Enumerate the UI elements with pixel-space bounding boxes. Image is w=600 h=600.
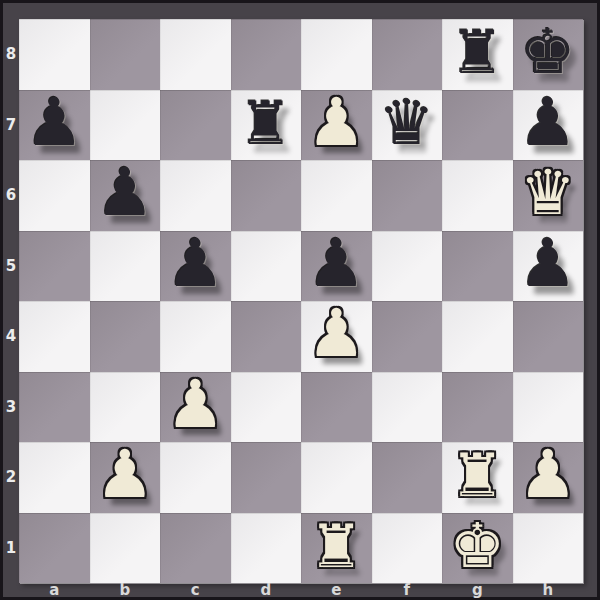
- square-e8[interactable]: [301, 19, 372, 90]
- file-label-c: c: [160, 583, 231, 597]
- white-pawn-e4[interactable]: ♟: [307, 301, 366, 367]
- rank-label-6: 6: [3, 160, 19, 231]
- chess-board: ♜♚♟♜♟♛♟♟♛♟♟♟♟♟♟♜♟♜♚: [19, 19, 583, 583]
- square-e2[interactable]: [301, 442, 372, 513]
- square-d4[interactable]: [231, 301, 302, 372]
- square-g2[interactable]: ♜: [442, 442, 513, 513]
- square-f4[interactable]: [372, 301, 443, 372]
- square-a8[interactable]: [19, 19, 90, 90]
- square-e7[interactable]: ♟: [301, 90, 372, 161]
- file-label-h: h: [513, 583, 584, 597]
- white-rook-g2[interactable]: ♜: [450, 445, 504, 505]
- square-e6[interactable]: [301, 160, 372, 231]
- chess-board-frame: 87654321 ♜♚♟♜♟♛♟♟♛♟♟♟♟♟♟♜♟♜♚ abcdefgh: [0, 0, 600, 600]
- white-queen-h6[interactable]: ♛: [520, 162, 576, 224]
- square-b5[interactable]: [90, 231, 161, 302]
- black-pawn-h5[interactable]: ♟: [518, 231, 577, 297]
- square-f6[interactable]: [372, 160, 443, 231]
- square-d8[interactable]: [231, 19, 302, 90]
- square-f8[interactable]: [372, 19, 443, 90]
- black-pawn-b6[interactable]: ♟: [95, 160, 154, 226]
- square-h4[interactable]: [513, 301, 584, 372]
- rank-label-7: 7: [3, 90, 19, 161]
- square-h5[interactable]: ♟: [513, 231, 584, 302]
- rank-label-2: 2: [3, 442, 19, 513]
- rank-label-8: 8: [3, 19, 19, 90]
- square-g6[interactable]: [442, 160, 513, 231]
- white-rook-e1[interactable]: ♜: [309, 516, 363, 576]
- file-label-a: a: [19, 583, 90, 597]
- file-label-b: b: [90, 583, 161, 597]
- square-b1[interactable]: [90, 513, 161, 584]
- square-c7[interactable]: [160, 90, 231, 161]
- white-pawn-b2[interactable]: ♟: [95, 442, 154, 508]
- square-a2[interactable]: [19, 442, 90, 513]
- square-g7[interactable]: [442, 90, 513, 161]
- white-pawn-h2[interactable]: ♟: [518, 442, 577, 508]
- square-g1[interactable]: ♚: [442, 513, 513, 584]
- square-b3[interactable]: [90, 372, 161, 443]
- white-king-g1[interactable]: ♚: [449, 515, 505, 577]
- square-c6[interactable]: [160, 160, 231, 231]
- black-pawn-e5[interactable]: ♟: [307, 231, 366, 297]
- square-c2[interactable]: [160, 442, 231, 513]
- square-h2[interactable]: ♟: [513, 442, 584, 513]
- rank-label-1: 1: [3, 513, 19, 584]
- square-h3[interactable]: [513, 372, 584, 443]
- rank-label-5: 5: [3, 231, 19, 302]
- black-pawn-h7[interactable]: ♟: [518, 90, 577, 156]
- square-f5[interactable]: [372, 231, 443, 302]
- square-b4[interactable]: [90, 301, 161, 372]
- square-e5[interactable]: ♟: [301, 231, 372, 302]
- square-c3[interactable]: ♟: [160, 372, 231, 443]
- black-rook-g8[interactable]: ♜: [450, 22, 504, 82]
- square-g5[interactable]: [442, 231, 513, 302]
- square-d1[interactable]: [231, 513, 302, 584]
- square-b8[interactable]: [90, 19, 161, 90]
- square-d6[interactable]: [231, 160, 302, 231]
- rank-labels: 87654321: [3, 19, 19, 583]
- square-g3[interactable]: [442, 372, 513, 443]
- square-d3[interactable]: [231, 372, 302, 443]
- square-c5[interactable]: ♟: [160, 231, 231, 302]
- file-label-e: e: [301, 583, 372, 597]
- square-c4[interactable]: [160, 301, 231, 372]
- square-f2[interactable]: [372, 442, 443, 513]
- square-d5[interactable]: [231, 231, 302, 302]
- square-d7[interactable]: ♜: [231, 90, 302, 161]
- square-a6[interactable]: [19, 160, 90, 231]
- square-e4[interactable]: ♟: [301, 301, 372, 372]
- rank-label-4: 4: [3, 301, 19, 372]
- black-rook-d7[interactable]: ♜: [239, 93, 293, 153]
- square-a7[interactable]: ♟: [19, 90, 90, 161]
- file-labels: abcdefgh: [19, 583, 583, 597]
- white-pawn-e7[interactable]: ♟: [307, 90, 366, 156]
- square-c1[interactable]: [160, 513, 231, 584]
- square-h8[interactable]: ♚: [513, 19, 584, 90]
- black-pawn-a7[interactable]: ♟: [25, 90, 84, 156]
- square-d2[interactable]: [231, 442, 302, 513]
- square-g8[interactable]: ♜: [442, 19, 513, 90]
- file-label-d: d: [231, 583, 302, 597]
- square-a3[interactable]: [19, 372, 90, 443]
- square-b7[interactable]: [90, 90, 161, 161]
- square-h6[interactable]: ♛: [513, 160, 584, 231]
- square-f7[interactable]: ♛: [372, 90, 443, 161]
- square-a4[interactable]: [19, 301, 90, 372]
- square-c8[interactable]: [160, 19, 231, 90]
- square-e3[interactable]: [301, 372, 372, 443]
- black-pawn-c5[interactable]: ♟: [166, 231, 225, 297]
- square-f1[interactable]: [372, 513, 443, 584]
- square-g4[interactable]: [442, 301, 513, 372]
- square-b6[interactable]: ♟: [90, 160, 161, 231]
- file-label-f: f: [372, 583, 443, 597]
- square-h1[interactable]: [513, 513, 584, 584]
- black-queen-f7[interactable]: ♛: [379, 92, 435, 154]
- square-f3[interactable]: [372, 372, 443, 443]
- file-label-g: g: [442, 583, 513, 597]
- square-a5[interactable]: [19, 231, 90, 302]
- rank-label-3: 3: [3, 372, 19, 443]
- square-a1[interactable]: [19, 513, 90, 584]
- black-king-h8[interactable]: ♚: [520, 21, 576, 83]
- white-pawn-c3[interactable]: ♟: [166, 372, 225, 438]
- square-b2[interactable]: ♟: [90, 442, 161, 513]
- square-h7[interactable]: ♟: [513, 90, 584, 161]
- square-e1[interactable]: ♜: [301, 513, 372, 584]
